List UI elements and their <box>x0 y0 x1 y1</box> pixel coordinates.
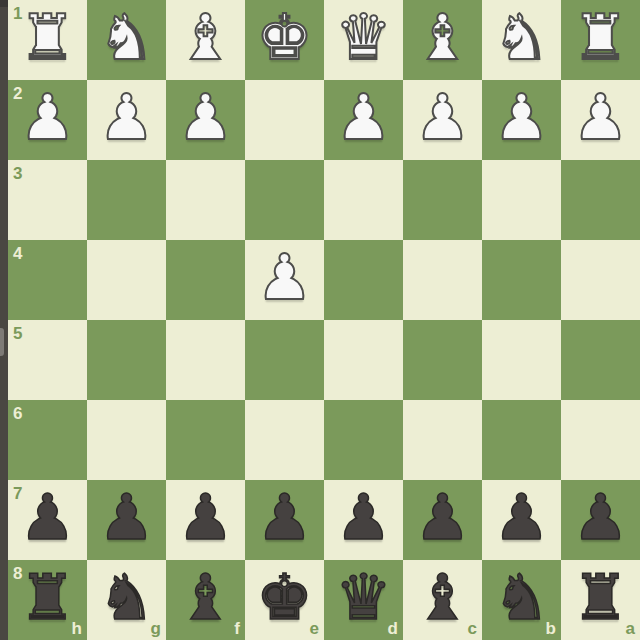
piece-white-pawn[interactable]: ♟ <box>98 78 154 158</box>
piece-white-pawn[interactable]: ♟ <box>177 78 233 158</box>
piece-white-queen[interactable]: ♛ <box>335 0 391 78</box>
piece-white-pawn[interactable]: ♟ <box>19 78 75 158</box>
piece-black-pawn[interactable]: ♟ <box>98 478 154 558</box>
square-g4[interactable] <box>87 240 166 320</box>
square-g8[interactable]: g♞ <box>87 560 166 640</box>
square-b5[interactable] <box>482 320 561 400</box>
rank-label-6: 6 <box>13 405 22 422</box>
piece-black-pawn[interactable]: ♟ <box>177 478 233 558</box>
piece-black-pawn[interactable]: ♟ <box>414 478 470 558</box>
square-a7[interactable]: ♟ <box>561 480 640 560</box>
square-a4[interactable] <box>561 240 640 320</box>
square-h3[interactable]: 3 <box>8 160 87 240</box>
piece-black-king[interactable]: ♚ <box>256 558 312 638</box>
piece-white-rook[interactable]: ♜ <box>572 0 628 78</box>
piece-black-pawn[interactable]: ♟ <box>19 478 75 558</box>
square-g5[interactable] <box>87 320 166 400</box>
square-g2[interactable]: ♟ <box>87 80 166 160</box>
piece-black-rook[interactable]: ♜ <box>572 558 628 638</box>
piece-black-rook[interactable]: ♜ <box>19 558 75 638</box>
square-e5[interactable] <box>245 320 324 400</box>
square-h7[interactable]: 7♟ <box>8 480 87 560</box>
square-d4[interactable] <box>324 240 403 320</box>
square-g7[interactable]: ♟ <box>87 480 166 560</box>
piece-black-bishop[interactable]: ♝ <box>177 558 233 638</box>
piece-white-bishop[interactable]: ♝ <box>414 0 470 78</box>
square-d5[interactable] <box>324 320 403 400</box>
piece-black-knight[interactable]: ♞ <box>98 558 154 638</box>
square-f2[interactable]: ♟ <box>166 80 245 160</box>
square-d3[interactable] <box>324 160 403 240</box>
square-b6[interactable] <box>482 400 561 480</box>
square-h1[interactable]: 1♜ <box>8 0 87 80</box>
piece-white-pawn[interactable]: ♟ <box>335 78 391 158</box>
square-e7[interactable]: ♟ <box>245 480 324 560</box>
square-f4[interactable] <box>166 240 245 320</box>
square-e3[interactable] <box>245 160 324 240</box>
square-c5[interactable] <box>403 320 482 400</box>
file-label-f: f <box>234 620 240 637</box>
window-edge-strip <box>0 0 8 640</box>
square-c6[interactable] <box>403 400 482 480</box>
piece-black-queen[interactable]: ♛ <box>335 558 391 638</box>
piece-black-pawn[interactable]: ♟ <box>256 478 312 558</box>
square-e6[interactable] <box>245 400 324 480</box>
square-g1[interactable]: ♞ <box>87 0 166 80</box>
square-f7[interactable]: ♟ <box>166 480 245 560</box>
square-h5[interactable]: 5 <box>8 320 87 400</box>
square-f6[interactable] <box>166 400 245 480</box>
piece-black-knight[interactable]: ♞ <box>493 558 549 638</box>
square-a3[interactable] <box>561 160 640 240</box>
square-a2[interactable]: ♟ <box>561 80 640 160</box>
square-f8[interactable]: f♝ <box>166 560 245 640</box>
square-d6[interactable] <box>324 400 403 480</box>
square-h6[interactable]: 6 <box>8 400 87 480</box>
square-h8[interactable]: 8h♜ <box>8 560 87 640</box>
square-h2[interactable]: 2♟ <box>8 80 87 160</box>
piece-black-pawn[interactable]: ♟ <box>335 478 391 558</box>
piece-black-pawn[interactable]: ♟ <box>493 478 549 558</box>
square-h4[interactable]: 4 <box>8 240 87 320</box>
square-d8[interactable]: d♛ <box>324 560 403 640</box>
square-e1[interactable]: ♚ <box>245 0 324 80</box>
app-window: 1♜♞♝♚♛♝♞♜2♟♟♟♟♟♟♟34♟567♟♟♟♟♟♟♟♟8h♜g♞f♝e♚… <box>0 0 640 640</box>
piece-black-pawn[interactable]: ♟ <box>572 478 628 558</box>
square-e8[interactable]: e♚ <box>245 560 324 640</box>
rank-label-3: 3 <box>13 165 22 182</box>
square-f3[interactable] <box>166 160 245 240</box>
square-f1[interactable]: ♝ <box>166 0 245 80</box>
square-f5[interactable] <box>166 320 245 400</box>
square-b3[interactable] <box>482 160 561 240</box>
square-e2[interactable] <box>245 80 324 160</box>
square-c8[interactable]: c♝ <box>403 560 482 640</box>
square-d1[interactable]: ♛ <box>324 0 403 80</box>
piece-white-bishop[interactable]: ♝ <box>177 0 233 78</box>
square-e4[interactable]: ♟ <box>245 240 324 320</box>
edge-strip-top-cap <box>0 0 8 7</box>
square-b8[interactable]: b♞ <box>482 560 561 640</box>
piece-white-knight[interactable]: ♞ <box>98 0 154 78</box>
piece-white-knight[interactable]: ♞ <box>493 0 549 78</box>
square-c7[interactable]: ♟ <box>403 480 482 560</box>
piece-white-pawn[interactable]: ♟ <box>414 78 470 158</box>
square-a5[interactable] <box>561 320 640 400</box>
square-c2[interactable]: ♟ <box>403 80 482 160</box>
square-a6[interactable] <box>561 400 640 480</box>
rank-label-5: 5 <box>13 325 22 342</box>
piece-white-pawn[interactable]: ♟ <box>572 78 628 158</box>
square-g3[interactable] <box>87 160 166 240</box>
square-b1[interactable]: ♞ <box>482 0 561 80</box>
square-c4[interactable] <box>403 240 482 320</box>
square-c1[interactable]: ♝ <box>403 0 482 80</box>
rank-label-4: 4 <box>13 245 22 262</box>
chess-board: 1♜♞♝♚♛♝♞♜2♟♟♟♟♟♟♟34♟567♟♟♟♟♟♟♟♟8h♜g♞f♝e♚… <box>8 0 640 640</box>
piece-white-pawn[interactable]: ♟ <box>493 78 549 158</box>
piece-white-pawn[interactable]: ♟ <box>256 238 312 318</box>
square-d7[interactable]: ♟ <box>324 480 403 560</box>
scrollbar-thumb[interactable] <box>0 328 4 356</box>
piece-black-bishop[interactable]: ♝ <box>414 558 470 638</box>
square-g6[interactable] <box>87 400 166 480</box>
square-a8[interactable]: a♜ <box>561 560 640 640</box>
square-d2[interactable]: ♟ <box>324 80 403 160</box>
piece-white-rook[interactable]: ♜ <box>19 0 75 78</box>
square-c3[interactable] <box>403 160 482 240</box>
square-b7[interactable]: ♟ <box>482 480 561 560</box>
square-a1[interactable]: ♜ <box>561 0 640 80</box>
piece-white-king[interactable]: ♚ <box>256 0 312 78</box>
square-b2[interactable]: ♟ <box>482 80 561 160</box>
square-b4[interactable] <box>482 240 561 320</box>
